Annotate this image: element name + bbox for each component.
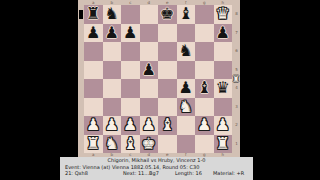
square-e8: ♚ bbox=[158, 5, 177, 24]
rank-label-6: 6 bbox=[233, 42, 240, 61]
square-g8 bbox=[195, 5, 214, 24]
black-pawn-a7: ♟ bbox=[86, 24, 100, 43]
square-h5 bbox=[214, 61, 233, 80]
next-move-label: Next: 11...Bg7 bbox=[123, 171, 175, 177]
square-h6 bbox=[214, 42, 233, 61]
square-c3 bbox=[121, 98, 140, 117]
square-d8 bbox=[140, 5, 159, 24]
white-bishop-c1: ♝ bbox=[123, 135, 137, 154]
white-queen-h8: ♛ bbox=[216, 5, 230, 24]
square-g4: ♝ bbox=[195, 79, 214, 98]
square-f5 bbox=[177, 61, 196, 80]
white-pawn-a2: ♟ bbox=[86, 116, 100, 135]
black-to-move-indicator bbox=[79, 10, 83, 19]
square-c1: ♝ bbox=[121, 135, 140, 154]
square-e1 bbox=[158, 135, 177, 154]
black-knight-b8: ♞ bbox=[105, 5, 119, 24]
black-pawn-d5: ♟ bbox=[142, 61, 156, 80]
square-g7 bbox=[195, 24, 214, 43]
square-g3 bbox=[195, 98, 214, 117]
square-b1: ♞ bbox=[103, 135, 122, 154]
square-a4 bbox=[84, 79, 103, 98]
square-f2 bbox=[177, 116, 196, 135]
square-c5 bbox=[121, 61, 140, 80]
square-d2: ♟ bbox=[140, 116, 159, 135]
white-pawn-b2: ♟ bbox=[105, 116, 119, 135]
square-d3 bbox=[140, 98, 159, 117]
rank-label-3: 3 bbox=[233, 98, 240, 117]
black-bishop-g4: ♝ bbox=[197, 79, 211, 98]
white-pawn-c2: ♟ bbox=[123, 116, 137, 135]
status-line: 21: Qxh8 Next: 11...Bg7 Length: 16 Mater… bbox=[60, 170, 253, 177]
square-a1: ♜ bbox=[84, 135, 103, 154]
black-rook-a8: ♜ bbox=[86, 5, 100, 24]
square-b2: ♟ bbox=[103, 116, 122, 135]
square-a5 bbox=[84, 61, 103, 80]
square-c6 bbox=[121, 42, 140, 61]
chess-board-frame: abcdefgh ♜♞♚♝♛♟♟♟♟♞♟♟♝♛♞♟♟♟♟♝♟♟♜♞♝♚♜ abc… bbox=[78, 0, 240, 157]
video-frame: { "game": "chess", "position": { "fen": … bbox=[0, 0, 320, 180]
square-h4: ♛ bbox=[214, 79, 233, 98]
square-h2: ♟ bbox=[214, 116, 233, 135]
square-e7 bbox=[158, 24, 177, 43]
right-letterbox-bar bbox=[253, 0, 320, 180]
black-king-e8: ♚ bbox=[160, 5, 174, 24]
square-h8: ♛ bbox=[214, 5, 233, 24]
square-f3: ♞ bbox=[177, 98, 196, 117]
white-rook-h1: ♜ bbox=[216, 135, 230, 154]
white-pawn-d2: ♟ bbox=[142, 116, 156, 135]
black-queen-h4: ♛ bbox=[216, 79, 230, 98]
square-e4 bbox=[158, 79, 177, 98]
black-pawn-h7: ♟ bbox=[216, 24, 230, 43]
square-d1: ♚ bbox=[140, 135, 159, 154]
square-e5 bbox=[158, 61, 177, 80]
white-rook-a1: ♜ bbox=[86, 135, 100, 154]
rank-label-8: 8 bbox=[233, 5, 240, 24]
caption-panel: Chigorin, Mikhail vs Hruby, Vincenz 1-0 … bbox=[60, 157, 253, 180]
square-h7: ♟ bbox=[214, 24, 233, 43]
square-a8: ♜ bbox=[84, 5, 103, 24]
square-d7 bbox=[140, 24, 159, 43]
material-advantage-white-rook-icon: ♜ bbox=[232, 73, 240, 85]
last-move-label: 21: Qxh8 bbox=[65, 171, 123, 177]
square-f8: ♝ bbox=[177, 5, 196, 24]
square-d5: ♟ bbox=[140, 61, 159, 80]
black-pawn-c7: ♟ bbox=[123, 24, 137, 43]
square-a7: ♟ bbox=[84, 24, 103, 43]
square-a3 bbox=[84, 98, 103, 117]
square-h3 bbox=[214, 98, 233, 117]
white-pawn-g2: ♟ bbox=[197, 116, 211, 135]
square-c8 bbox=[121, 5, 140, 24]
square-b4 bbox=[103, 79, 122, 98]
square-b8: ♞ bbox=[103, 5, 122, 24]
black-knight-f6: ♞ bbox=[179, 42, 193, 61]
rank-label-1: 1 bbox=[233, 135, 240, 154]
square-b6 bbox=[103, 42, 122, 61]
square-h1: ♜ bbox=[214, 135, 233, 154]
chess-board: ♜♞♚♝♛♟♟♟♟♞♟♟♝♛♞♟♟♟♟♝♟♟♜♞♝♚♜ bbox=[84, 5, 232, 153]
square-f4: ♟ bbox=[177, 79, 196, 98]
square-f6: ♞ bbox=[177, 42, 196, 61]
square-e3 bbox=[158, 98, 177, 117]
white-bishop-e2: ♝ bbox=[160, 116, 174, 135]
white-knight-f3: ♞ bbox=[179, 98, 193, 117]
square-d6 bbox=[140, 42, 159, 61]
square-a2: ♟ bbox=[84, 116, 103, 135]
square-g6 bbox=[195, 42, 214, 61]
white-pawn-h2: ♟ bbox=[216, 116, 230, 135]
square-f7 bbox=[177, 24, 196, 43]
game-length-label: Length: 16 bbox=[175, 171, 213, 177]
square-b5 bbox=[103, 61, 122, 80]
square-a6 bbox=[84, 42, 103, 61]
square-c2: ♟ bbox=[121, 116, 140, 135]
square-f1 bbox=[177, 135, 196, 154]
rank-label-2: 2 bbox=[233, 116, 240, 135]
square-d4 bbox=[140, 79, 159, 98]
black-pawn-b7: ♟ bbox=[105, 24, 119, 43]
white-knight-b1: ♞ bbox=[105, 135, 119, 154]
square-g5 bbox=[195, 61, 214, 80]
square-b7: ♟ bbox=[103, 24, 122, 43]
material-label: Material: +R bbox=[213, 171, 244, 177]
square-e2: ♝ bbox=[158, 116, 177, 135]
square-g2: ♟ bbox=[195, 116, 214, 135]
square-c4 bbox=[121, 79, 140, 98]
black-bishop-f8: ♝ bbox=[179, 5, 193, 24]
rank-label-7: 7 bbox=[233, 24, 240, 43]
square-e6 bbox=[158, 42, 177, 61]
square-b3 bbox=[103, 98, 122, 117]
white-king-d1: ♚ bbox=[142, 135, 156, 154]
square-c7: ♟ bbox=[121, 24, 140, 43]
left-letterbox-bar bbox=[0, 0, 60, 180]
square-g1 bbox=[195, 135, 214, 154]
black-pawn-f4: ♟ bbox=[179, 79, 193, 98]
